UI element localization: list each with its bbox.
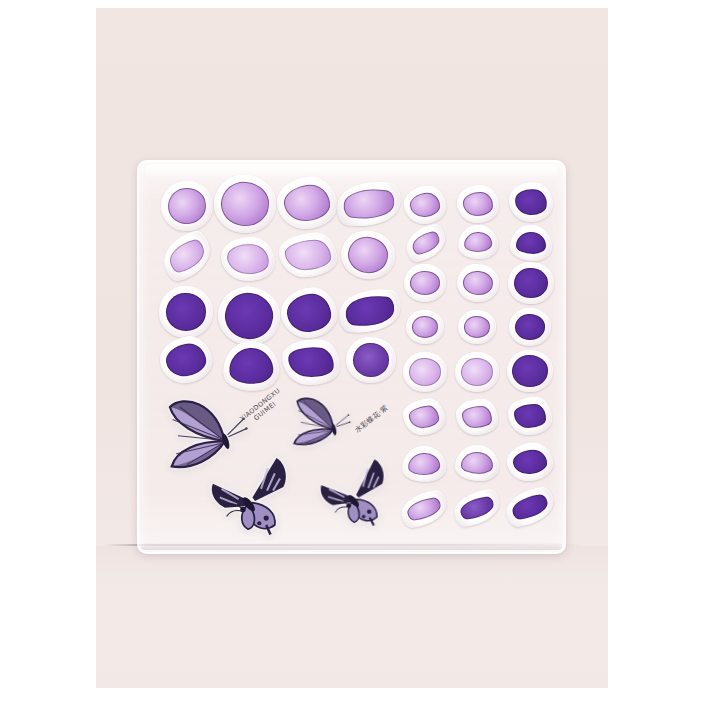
- petal-design-dark: [228, 346, 275, 386]
- petal-design-dark: [512, 355, 548, 387]
- petal-design-dark: [166, 293, 206, 331]
- petal-design-dark: [164, 341, 209, 379]
- stamp-petal: [159, 286, 213, 338]
- petal-design-light: [462, 270, 494, 297]
- petal-design-light: [408, 405, 440, 430]
- petal-design-dark: [515, 314, 545, 340]
- petal-design-light: [461, 452, 493, 474]
- butterfly-stamp-swallow: [308, 452, 399, 532]
- butterfly-stamp-swallow: [198, 451, 300, 537]
- product-photo: XIAODONGXU GUIMEI 水彩蝶花·紫: [96, 8, 608, 688]
- stamp-petal: [404, 264, 446, 302]
- stamp-petal: [457, 185, 499, 223]
- stamp-petal: [507, 350, 553, 392]
- petal-design-light: [462, 406, 492, 428]
- petal-design-medium: [353, 343, 389, 377]
- stamp-petal: [406, 310, 444, 344]
- petal-design-light: [463, 231, 493, 253]
- petal-design-light: [342, 185, 396, 224]
- petal-design-light: [219, 180, 271, 228]
- petal-design-light: [166, 186, 209, 227]
- stamp-petal: [508, 397, 552, 435]
- petal-design-dark: [221, 289, 278, 344]
- stamp-petal: [510, 225, 552, 261]
- stamp-petal: [509, 308, 551, 346]
- stamp-petal: [455, 445, 499, 481]
- petal-design-light: [410, 230, 442, 255]
- petal-design-lighter: [409, 358, 441, 386]
- petal-design-light: [406, 497, 442, 522]
- stamp-petal: [403, 352, 447, 392]
- petal-design-lighter: [226, 242, 270, 276]
- petal-design-dark: [514, 268, 548, 298]
- petal-design-dark: [516, 232, 546, 254]
- petal-design-dark: [514, 404, 546, 428]
- petal-design-dark: [285, 292, 333, 334]
- petal-design-dark: [344, 293, 395, 330]
- petal-design-light: [410, 271, 440, 295]
- petal-design-lighter: [461, 358, 493, 386]
- petal-design-medium: [459, 496, 495, 521]
- petal-design-dark: [512, 449, 548, 476]
- sheet-top-highlight: [145, 164, 558, 180]
- petal-design-lighter: [284, 239, 332, 271]
- table-surface: [96, 546, 608, 688]
- petal-design-light: [407, 452, 441, 477]
- petal-design-light: [283, 183, 332, 223]
- photo-page: XIAODONGXU GUIMEI 水彩蝶花·紫: [0, 0, 702, 702]
- petal-design-light: [409, 192, 441, 219]
- stamp-petal: [458, 310, 496, 344]
- petal-design-dark: [514, 188, 548, 217]
- stamp-petal: [508, 262, 554, 304]
- stamp-petal: [456, 399, 498, 435]
- stamp-petal: [346, 337, 396, 383]
- sheet-bottom-edge: [141, 542, 562, 550]
- butterfly-stamp-fan: [283, 388, 357, 459]
- petal-design-dark: [287, 345, 335, 378]
- petal-design-light: [463, 192, 493, 216]
- petal-design-light: [345, 234, 391, 276]
- petal-design-light: [464, 316, 490, 338]
- petal-design-light: [412, 316, 438, 338]
- petal-design-dark: [511, 494, 550, 521]
- stamp-petal: [455, 352, 499, 392]
